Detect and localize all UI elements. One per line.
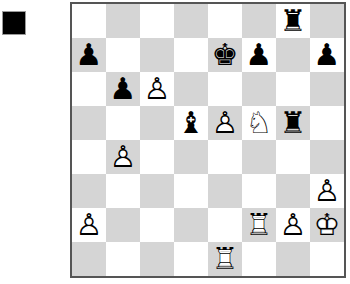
square-f3[interactable] [242,174,276,208]
square-b4[interactable]: ♟♙ [106,140,140,174]
square-h4[interactable] [310,140,344,174]
white-pawn-piece: ♙ [208,106,242,140]
square-f1[interactable] [242,242,276,276]
square-f8[interactable] [242,4,276,38]
square-f6[interactable] [242,72,276,106]
square-g5[interactable]: ♜ [276,106,310,140]
square-a6[interactable] [72,72,106,106]
chess-diagram-page: ♜♟♚♟♟♟♟♙♝♟♙♞♘♜♟♙♟♙♟♙♜♖♟♙♚♔♜♖ [0,0,350,284]
square-a8[interactable] [72,4,106,38]
black-rook-piece: ♜ [276,106,310,140]
square-g7[interactable] [276,38,310,72]
square-c3[interactable] [140,174,174,208]
square-h3[interactable]: ♟♙ [310,174,344,208]
square-b5[interactable] [106,106,140,140]
square-a5[interactable] [72,106,106,140]
square-h5[interactable] [310,106,344,140]
black-pawn-piece: ♟ [106,72,140,106]
square-b2[interactable] [106,208,140,242]
square-d4[interactable] [174,140,208,174]
square-d3[interactable] [174,174,208,208]
black-pawn-piece: ♟ [242,38,276,72]
white-rook-piece: ♖ [208,242,242,276]
black-pawn-piece: ♟ [310,38,344,72]
white-pawn-piece: ♙ [140,72,174,106]
square-e7[interactable]: ♚ [208,38,242,72]
square-d1[interactable] [174,242,208,276]
black-rook-piece: ♜ [276,4,310,38]
white-pawn-piece: ♙ [72,208,106,242]
square-e4[interactable] [208,140,242,174]
black-king-piece: ♚ [208,38,242,72]
square-h7[interactable]: ♟ [310,38,344,72]
white-pawn-piece: ♙ [276,208,310,242]
chess-board: ♜♟♚♟♟♟♟♙♝♟♙♞♘♜♟♙♟♙♟♙♜♖♟♙♚♔♜♖ [70,2,346,278]
square-a3[interactable] [72,174,106,208]
white-rook-piece: ♖ [242,208,276,242]
square-g8[interactable]: ♜ [276,4,310,38]
white-king-piece: ♔ [310,208,344,242]
square-g6[interactable] [276,72,310,106]
square-c6[interactable]: ♟♙ [140,72,174,106]
square-d7[interactable] [174,38,208,72]
square-d5[interactable]: ♝ [174,106,208,140]
square-h1[interactable] [310,242,344,276]
square-g2[interactable]: ♟♙ [276,208,310,242]
square-e3[interactable] [208,174,242,208]
square-d8[interactable] [174,4,208,38]
square-f7[interactable]: ♟ [242,38,276,72]
square-a2[interactable]: ♟♙ [72,208,106,242]
square-h2[interactable]: ♚♔ [310,208,344,242]
white-pawn-piece: ♙ [106,140,140,174]
white-knight-piece: ♘ [242,106,276,140]
square-d6[interactable] [174,72,208,106]
square-c8[interactable] [140,4,174,38]
square-a7[interactable]: ♟ [72,38,106,72]
square-f5[interactable]: ♞♘ [242,106,276,140]
square-g4[interactable] [276,140,310,174]
square-b6[interactable]: ♟ [106,72,140,106]
square-e2[interactable] [208,208,242,242]
square-g3[interactable] [276,174,310,208]
square-c4[interactable] [140,140,174,174]
square-c5[interactable] [140,106,174,140]
square-e8[interactable] [208,4,242,38]
square-d2[interactable] [174,208,208,242]
square-c7[interactable] [140,38,174,72]
black-to-move-indicator [2,11,26,35]
square-c2[interactable] [140,208,174,242]
square-e5[interactable]: ♟♙ [208,106,242,140]
square-c1[interactable] [140,242,174,276]
black-bishop-piece: ♝ [174,106,208,140]
square-h8[interactable] [310,4,344,38]
black-pawn-piece: ♟ [72,38,106,72]
square-b8[interactable] [106,4,140,38]
square-g1[interactable] [276,242,310,276]
square-a4[interactable] [72,140,106,174]
square-f2[interactable]: ♜♖ [242,208,276,242]
square-b1[interactable] [106,242,140,276]
square-b7[interactable] [106,38,140,72]
square-h6[interactable] [310,72,344,106]
square-e1[interactable]: ♜♖ [208,242,242,276]
white-pawn-piece: ♙ [310,174,344,208]
square-b3[interactable] [106,174,140,208]
square-a1[interactable] [72,242,106,276]
square-e6[interactable] [208,72,242,106]
square-f4[interactable] [242,140,276,174]
